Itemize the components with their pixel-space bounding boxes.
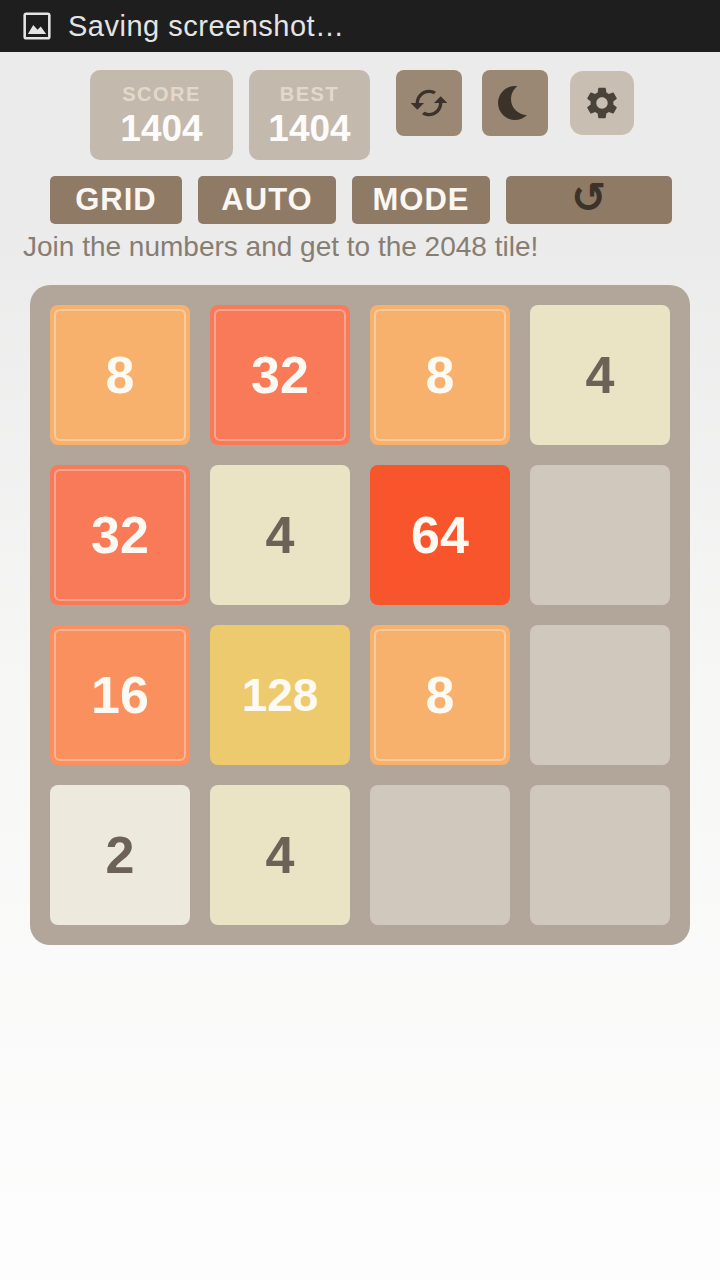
settings-button[interactable] — [570, 71, 634, 135]
tagline: Join the numbers and get to the 2048 til… — [23, 231, 538, 263]
night-mode-button[interactable] — [482, 70, 548, 136]
status-notification-text: Saving screenshot… — [68, 10, 345, 43]
board-2048[interactable]: 832843246416128824 — [30, 285, 690, 945]
image-icon — [22, 11, 52, 41]
best-box: BEST 1404 — [249, 70, 370, 160]
best-label: BEST — [280, 83, 339, 106]
tile-4: 4 — [530, 305, 670, 445]
tile-32: 32 — [210, 305, 350, 445]
tile-128: 128 — [210, 625, 350, 765]
tile-8: 8 — [370, 625, 510, 765]
mode-button[interactable]: MODE — [352, 176, 490, 224]
undo-button[interactable]: ↺ — [506, 176, 672, 224]
tile-8: 8 — [50, 305, 190, 445]
cell-empty — [370, 785, 510, 925]
undo-icon: ↺ — [571, 177, 607, 219]
cell-empty — [530, 625, 670, 765]
cell-empty — [530, 785, 670, 925]
crescent-moon-icon — [498, 86, 532, 120]
score-value: 1404 — [120, 110, 202, 147]
status-bar: Saving screenshot… — [0, 0, 720, 52]
tile-64: 64 — [370, 465, 510, 605]
sync-button[interactable] — [396, 70, 462, 136]
score-label: SCORE — [122, 83, 201, 106]
best-value: 1404 — [268, 110, 350, 147]
tile-2: 2 — [50, 785, 190, 925]
tile-4: 4 — [210, 465, 350, 605]
tile-16: 16 — [50, 625, 190, 765]
tile-8: 8 — [370, 305, 510, 445]
cell-empty — [530, 465, 670, 605]
tile-32: 32 — [50, 465, 190, 605]
sync-arrows-icon — [409, 83, 449, 123]
grid-button[interactable]: GRID — [50, 176, 182, 224]
tile-4: 4 — [210, 785, 350, 925]
auto-button[interactable]: AUTO — [198, 176, 336, 224]
score-box: SCORE 1404 — [90, 70, 233, 160]
gear-icon — [583, 84, 621, 122]
